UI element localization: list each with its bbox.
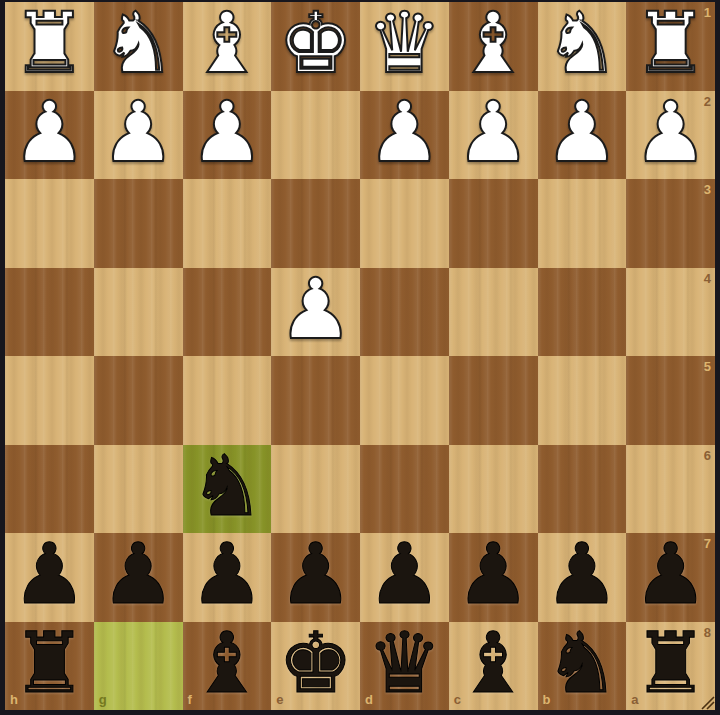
square-h4[interactable]: [5, 268, 94, 357]
white-pawn[interactable]: ♟: [100, 90, 175, 174]
black-queen[interactable]: ♛: [367, 621, 442, 705]
square-e8[interactable]: ♚e: [271, 622, 360, 711]
square-g6[interactable]: [94, 445, 183, 534]
black-pawn[interactable]: ♟: [455, 532, 530, 616]
square-d1[interactable]: ♛: [360, 2, 449, 91]
white-pawn[interactable]: ♟: [367, 90, 442, 174]
square-f7[interactable]: ♟: [183, 533, 272, 622]
square-d4[interactable]: [360, 268, 449, 357]
square-a6[interactable]: 6: [626, 445, 715, 534]
square-b4[interactable]: [538, 268, 627, 357]
square-f4[interactable]: [183, 268, 272, 357]
white-rook[interactable]: ♜: [633, 1, 708, 85]
square-d2[interactable]: ♟: [360, 91, 449, 180]
square-g8[interactable]: g: [94, 622, 183, 711]
square-g7[interactable]: ♟: [94, 533, 183, 622]
white-rook[interactable]: ♜: [12, 1, 87, 85]
square-e6[interactable]: [271, 445, 360, 534]
black-knight[interactable]: ♞: [544, 621, 619, 705]
square-f3[interactable]: [183, 179, 272, 268]
square-c3[interactable]: [449, 179, 538, 268]
black-pawn[interactable]: ♟: [633, 532, 708, 616]
black-bishop[interactable]: ♝: [455, 621, 530, 705]
white-king[interactable]: ♚: [278, 1, 353, 85]
rank-label-4: 4: [704, 271, 711, 286]
white-queen[interactable]: ♛: [367, 1, 442, 85]
square-b3[interactable]: [538, 179, 627, 268]
square-g3[interactable]: [94, 179, 183, 268]
black-pawn[interactable]: ♟: [100, 532, 175, 616]
square-a5[interactable]: 5: [626, 356, 715, 445]
square-b1[interactable]: ♞: [538, 2, 627, 91]
square-b6[interactable]: [538, 445, 627, 534]
page-background: ♜♞♝♚♛♝♞♜1♟♟♟♟♟♟♟23♟45♞6♟♟♟♟♟♟♟♟7♜hg♝f♚e♛…: [0, 0, 720, 715]
black-pawn[interactable]: ♟: [189, 532, 264, 616]
rank-label-6: 6: [704, 448, 711, 463]
square-a3[interactable]: 3: [626, 179, 715, 268]
square-h3[interactable]: [5, 179, 94, 268]
square-c7[interactable]: ♟: [449, 533, 538, 622]
square-a7[interactable]: ♟7: [626, 533, 715, 622]
black-pawn[interactable]: ♟: [367, 532, 442, 616]
square-g1[interactable]: ♞: [94, 2, 183, 91]
black-pawn[interactable]: ♟: [278, 532, 353, 616]
square-d5[interactable]: [360, 356, 449, 445]
square-a1[interactable]: ♜1: [626, 2, 715, 91]
white-bishop[interactable]: ♝: [189, 1, 264, 85]
square-b5[interactable]: [538, 356, 627, 445]
square-d6[interactable]: [360, 445, 449, 534]
square-f8[interactable]: ♝f: [183, 622, 272, 711]
square-h2[interactable]: ♟: [5, 91, 94, 180]
square-e5[interactable]: [271, 356, 360, 445]
white-pawn[interactable]: ♟: [189, 90, 264, 174]
white-knight[interactable]: ♞: [100, 1, 175, 85]
square-b7[interactable]: ♟: [538, 533, 627, 622]
black-pawn[interactable]: ♟: [544, 532, 619, 616]
square-c5[interactable]: [449, 356, 538, 445]
square-f5[interactable]: [183, 356, 272, 445]
black-knight[interactable]: ♞: [189, 444, 264, 528]
square-h7[interactable]: ♟: [5, 533, 94, 622]
square-b8[interactable]: ♞b: [538, 622, 627, 711]
black-king[interactable]: ♚: [278, 621, 353, 705]
square-h5[interactable]: [5, 356, 94, 445]
square-g4[interactable]: [94, 268, 183, 357]
square-e7[interactable]: ♟: [271, 533, 360, 622]
square-b2[interactable]: ♟: [538, 91, 627, 180]
square-e1[interactable]: ♚: [271, 2, 360, 91]
black-bishop[interactable]: ♝: [189, 621, 264, 705]
square-g2[interactable]: ♟: [94, 91, 183, 180]
square-f6[interactable]: ♞: [183, 445, 272, 534]
chess-board: ♜♞♝♚♛♝♞♜1♟♟♟♟♟♟♟23♟45♞6♟♟♟♟♟♟♟♟7♜hg♝f♚e♛…: [5, 2, 715, 710]
black-rook[interactable]: ♜: [633, 621, 708, 705]
square-f2[interactable]: ♟: [183, 91, 272, 180]
square-h1[interactable]: ♜: [5, 2, 94, 91]
square-c8[interactable]: ♝c: [449, 622, 538, 711]
board-resize-handle[interactable]: [699, 694, 715, 710]
square-d3[interactable]: [360, 179, 449, 268]
white-pawn[interactable]: ♟: [633, 90, 708, 174]
square-c2[interactable]: ♟: [449, 91, 538, 180]
square-a2[interactable]: ♟2: [626, 91, 715, 180]
square-c6[interactable]: [449, 445, 538, 534]
square-d8[interactable]: ♛d: [360, 622, 449, 711]
white-pawn[interactable]: ♟: [455, 90, 530, 174]
black-pawn[interactable]: ♟: [12, 532, 87, 616]
square-e3[interactable]: [271, 179, 360, 268]
square-a4[interactable]: 4: [626, 268, 715, 357]
square-h6[interactable]: [5, 445, 94, 534]
rank-label-3: 3: [704, 182, 711, 197]
square-h8[interactable]: ♜h: [5, 622, 94, 711]
square-e2[interactable]: [271, 91, 360, 180]
white-knight[interactable]: ♞: [544, 1, 619, 85]
rank-label-5: 5: [704, 359, 711, 374]
black-rook[interactable]: ♜: [12, 621, 87, 705]
file-label-g: g: [99, 692, 107, 707]
square-c4[interactable]: [449, 268, 538, 357]
square-d7[interactable]: ♟: [360, 533, 449, 622]
square-g5[interactable]: [94, 356, 183, 445]
white-bishop[interactable]: ♝: [455, 1, 530, 85]
white-pawn[interactable]: ♟: [12, 90, 87, 174]
white-pawn[interactable]: ♟: [278, 267, 353, 351]
square-c1[interactable]: ♝: [449, 2, 538, 91]
square-e4[interactable]: ♟: [271, 268, 360, 357]
square-f1[interactable]: ♝: [183, 2, 272, 91]
white-pawn[interactable]: ♟: [544, 90, 619, 174]
